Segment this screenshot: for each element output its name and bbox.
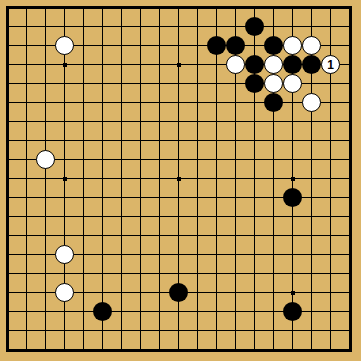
grid-line-horizontal [7,216,352,217]
star-point [291,177,295,181]
grid-line-horizontal [7,140,352,141]
white-stone [55,245,74,264]
grid-line-horizontal [7,159,352,160]
white-stone [264,55,283,74]
white-stone [55,36,74,55]
white-stone [302,93,321,112]
grid-line-vertical [140,7,141,352]
grid-line-horizontal [7,349,352,350]
go-board: 1 [0,0,361,361]
star-point [291,291,295,295]
star-point [63,177,67,181]
white-stone [36,150,55,169]
black-stone [302,55,321,74]
grid-line-vertical [216,7,217,352]
black-stone [245,55,264,74]
white-stone [283,74,302,93]
white-stone [226,55,245,74]
grid-line-vertical [83,7,84,352]
grid-line-vertical [45,7,46,352]
black-stone [226,36,245,55]
move-number-label: 1 [327,59,334,71]
grid-line-horizontal [7,7,352,8]
white-stone: 1 [321,55,340,74]
black-stone [283,188,302,207]
grid-line-vertical [159,7,160,352]
grid-line-horizontal [7,235,352,236]
black-stone [283,302,302,321]
star-point [177,63,181,67]
black-stone [283,55,302,74]
grid-line-vertical [349,7,350,352]
star-point [177,177,181,181]
white-stone [302,36,321,55]
grid-line-vertical [26,7,27,352]
black-stone [245,17,264,36]
grid-line-vertical [197,7,198,352]
white-stone [264,74,283,93]
grid-line-horizontal [7,102,352,103]
black-stone [264,36,283,55]
white-stone [55,283,74,302]
black-stone [207,36,226,55]
black-stone [245,74,264,93]
grid-line-vertical [121,7,122,352]
grid-line-vertical [7,7,8,352]
grid-line-horizontal [7,330,352,331]
grid-line-horizontal [7,273,352,274]
black-stone [93,302,112,321]
grid-line-horizontal [7,26,352,27]
grid-line-horizontal [7,121,352,122]
black-stone [264,93,283,112]
black-stone [169,283,188,302]
grid-line-vertical [102,7,103,352]
white-stone [283,36,302,55]
star-point [63,63,67,67]
